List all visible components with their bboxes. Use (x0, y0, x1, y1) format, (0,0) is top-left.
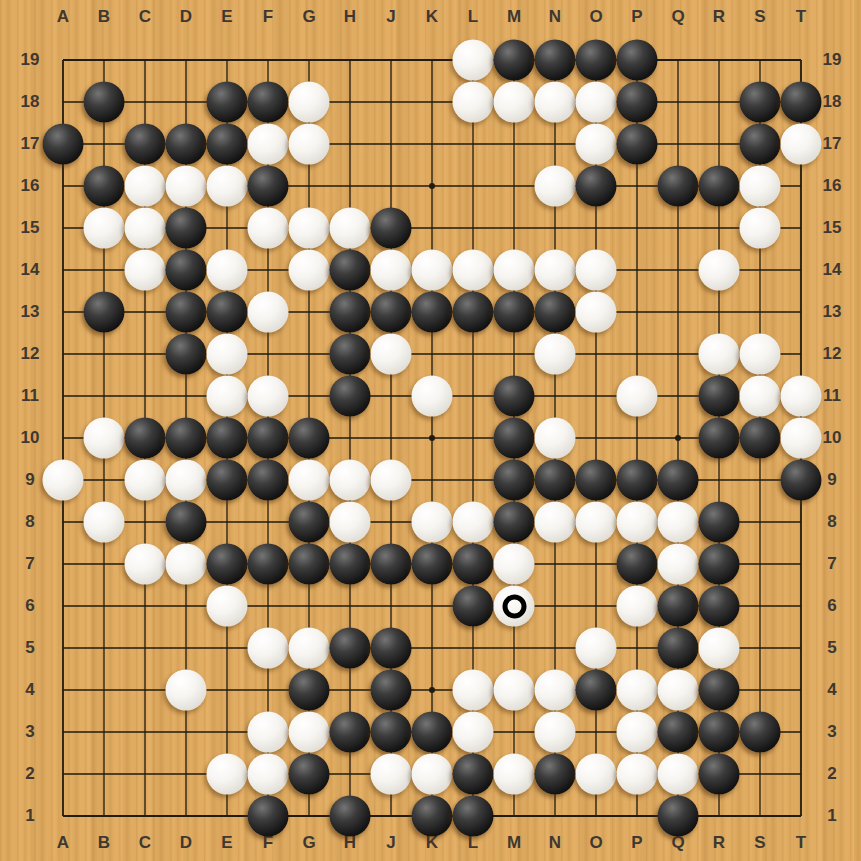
stone-white-O5[interactable] (576, 628, 617, 669)
stone-black-L13[interactable] (453, 292, 494, 333)
coord-top-N: N (549, 7, 561, 27)
stone-black-F10[interactable] (248, 418, 289, 459)
stone-white-E6[interactable] (207, 586, 248, 627)
stone-black-L7[interactable] (453, 544, 494, 585)
stone-black-F9[interactable] (248, 460, 289, 501)
stone-black-L2[interactable] (453, 754, 494, 795)
stone-black-O9[interactable] (576, 460, 617, 501)
coord-bottom-N: N (549, 833, 561, 853)
coord-bottom-J: J (386, 833, 395, 853)
stone-white-D7[interactable] (166, 544, 207, 585)
stone-white-S12[interactable] (740, 334, 781, 375)
stone-black-T9[interactable] (781, 460, 822, 501)
coord-left-2: 2 (25, 764, 34, 784)
stone-white-M7[interactable] (494, 544, 535, 585)
stone-white-N18[interactable] (535, 82, 576, 123)
stone-white-F15[interactable] (248, 208, 289, 249)
coord-bottom-O: O (589, 833, 602, 853)
stone-white-M4[interactable] (494, 670, 535, 711)
stone-white-T11[interactable] (781, 376, 822, 417)
stone-white-H15[interactable] (330, 208, 371, 249)
stone-white-H9[interactable] (330, 460, 371, 501)
stone-white-L8[interactable] (453, 502, 494, 543)
coord-top-M: M (507, 7, 521, 27)
stone-white-T10[interactable] (781, 418, 822, 459)
stone-black-Q5[interactable] (658, 628, 699, 669)
stone-white-G18[interactable] (289, 82, 330, 123)
coord-top-F: F (263, 7, 273, 27)
stone-black-P18[interactable] (617, 82, 658, 123)
stone-black-F7[interactable] (248, 544, 289, 585)
stone-black-Q1[interactable] (658, 796, 699, 837)
stone-white-Q7[interactable] (658, 544, 699, 585)
stone-black-D17[interactable] (166, 124, 207, 165)
stone-black-K13[interactable] (412, 292, 453, 333)
coord-bottom-S: S (754, 833, 765, 853)
stone-black-E7[interactable] (207, 544, 248, 585)
stone-black-H5[interactable] (330, 628, 371, 669)
stone-black-A17[interactable] (43, 124, 84, 165)
coord-bottom-B: B (98, 833, 110, 853)
coord-top-E: E (221, 7, 232, 27)
stone-black-S17[interactable] (740, 124, 781, 165)
coord-top-C: C (139, 7, 151, 27)
stone-black-N19[interactable] (535, 40, 576, 81)
stone-white-S11[interactable] (740, 376, 781, 417)
stone-black-G7[interactable] (289, 544, 330, 585)
stone-black-J5[interactable] (371, 628, 412, 669)
stone-white-A9[interactable] (43, 460, 84, 501)
stone-black-E10[interactable] (207, 418, 248, 459)
stone-black-P17[interactable] (617, 124, 658, 165)
stone-black-R10[interactable] (699, 418, 740, 459)
stone-black-T18[interactable] (781, 82, 822, 123)
coord-right-18: 18 (823, 92, 842, 112)
stone-white-C14[interactable] (125, 250, 166, 291)
coord-right-15: 15 (823, 218, 842, 238)
stone-white-K11[interactable] (412, 376, 453, 417)
stone-white-M18[interactable] (494, 82, 535, 123)
stone-black-D8[interactable] (166, 502, 207, 543)
stone-white-D16[interactable] (166, 166, 207, 207)
stone-white-O14[interactable] (576, 250, 617, 291)
coord-right-9: 9 (827, 470, 836, 490)
coord-left-6: 6 (25, 596, 34, 616)
stone-black-H11[interactable] (330, 376, 371, 417)
stone-white-J2[interactable] (371, 754, 412, 795)
stone-black-M13[interactable] (494, 292, 535, 333)
coord-left-14: 14 (21, 260, 40, 280)
coord-left-19: 19 (21, 50, 40, 70)
coord-left-1: 1 (25, 806, 34, 826)
stone-white-N8[interactable] (535, 502, 576, 543)
stone-white-Q8[interactable] (658, 502, 699, 543)
coord-right-16: 16 (823, 176, 842, 196)
coord-bottom-T: T (796, 833, 806, 853)
stone-black-J4[interactable] (371, 670, 412, 711)
coord-top-K: K (426, 7, 438, 27)
stone-white-O17[interactable] (576, 124, 617, 165)
stone-black-Q16[interactable] (658, 166, 699, 207)
coord-top-P: P (631, 7, 642, 27)
stone-white-B8[interactable] (84, 502, 125, 543)
stone-black-Q9[interactable] (658, 460, 699, 501)
stone-white-L19[interactable] (453, 40, 494, 81)
coord-left-13: 13 (21, 302, 40, 322)
coord-left-18: 18 (21, 92, 40, 112)
last-move-marker (502, 594, 526, 618)
stone-black-F16[interactable] (248, 166, 289, 207)
stone-black-M19[interactable] (494, 40, 535, 81)
stone-black-M9[interactable] (494, 460, 535, 501)
stone-black-H14[interactable] (330, 250, 371, 291)
stone-white-F11[interactable] (248, 376, 289, 417)
coord-bottom-D: D (180, 833, 192, 853)
stone-white-C9[interactable] (125, 460, 166, 501)
coord-left-4: 4 (25, 680, 34, 700)
stone-black-G10[interactable] (289, 418, 330, 459)
coord-bottom-R: R (713, 833, 725, 853)
stone-black-R4[interactable] (699, 670, 740, 711)
stone-black-R8[interactable] (699, 502, 740, 543)
stone-white-J12[interactable] (371, 334, 412, 375)
stone-white-F2[interactable] (248, 754, 289, 795)
coord-bottom-A: A (57, 833, 69, 853)
coord-left-11: 11 (21, 386, 39, 406)
stone-black-H3[interactable] (330, 712, 371, 753)
go-board[interactable]: AABBCCDDEEFFGGHHJJKKLLMMNNOOPPQQRRSSTT19… (0, 0, 861, 861)
stone-black-R16[interactable] (699, 166, 740, 207)
coord-left-9: 9 (25, 470, 34, 490)
star-point-K16 (429, 183, 435, 189)
stone-white-K2[interactable] (412, 754, 453, 795)
stone-white-K8[interactable] (412, 502, 453, 543)
stone-black-R11[interactable] (699, 376, 740, 417)
stone-black-E13[interactable] (207, 292, 248, 333)
stone-white-M6[interactable] (494, 586, 535, 627)
stone-white-C15[interactable] (125, 208, 166, 249)
stone-white-D4[interactable] (166, 670, 207, 711)
star-point-Q10 (675, 435, 681, 441)
stone-white-L3[interactable] (453, 712, 494, 753)
stone-black-K1[interactable] (412, 796, 453, 837)
stone-black-E17[interactable] (207, 124, 248, 165)
stone-black-P19[interactable] (617, 40, 658, 81)
stone-black-N9[interactable] (535, 460, 576, 501)
stone-black-D15[interactable] (166, 208, 207, 249)
stone-white-E2[interactable] (207, 754, 248, 795)
stone-white-G5[interactable] (289, 628, 330, 669)
coord-left-5: 5 (25, 638, 34, 658)
stone-white-C7[interactable] (125, 544, 166, 585)
stone-white-G9[interactable] (289, 460, 330, 501)
stone-white-H8[interactable] (330, 502, 371, 543)
stone-black-G2[interactable] (289, 754, 330, 795)
stone-black-L1[interactable] (453, 796, 494, 837)
stone-white-N14[interactable] (535, 250, 576, 291)
coord-bottom-P: P (631, 833, 642, 853)
coord-right-12: 12 (823, 344, 842, 364)
stone-white-O2[interactable] (576, 754, 617, 795)
stone-black-S10[interactable] (740, 418, 781, 459)
coord-top-J: J (386, 7, 395, 27)
coord-top-B: B (98, 7, 110, 27)
stone-black-K3[interactable] (412, 712, 453, 753)
stone-white-R5[interactable] (699, 628, 740, 669)
stone-white-Q4[interactable] (658, 670, 699, 711)
stone-black-O4[interactable] (576, 670, 617, 711)
stone-white-N3[interactable] (535, 712, 576, 753)
coord-top-H: H (344, 7, 356, 27)
coord-top-S: S (754, 7, 765, 27)
stone-black-Q6[interactable] (658, 586, 699, 627)
coord-left-15: 15 (21, 218, 40, 238)
stone-white-B10[interactable] (84, 418, 125, 459)
stone-white-P11[interactable] (617, 376, 658, 417)
stone-white-G3[interactable] (289, 712, 330, 753)
stone-black-M10[interactable] (494, 418, 535, 459)
coord-top-Q: Q (671, 7, 684, 27)
coord-right-17: 17 (823, 134, 842, 154)
stone-white-C16[interactable] (125, 166, 166, 207)
stone-white-L14[interactable] (453, 250, 494, 291)
coord-left-12: 12 (21, 344, 40, 364)
stone-black-D13[interactable] (166, 292, 207, 333)
coord-right-8: 8 (827, 512, 836, 532)
stone-white-D9[interactable] (166, 460, 207, 501)
coord-right-13: 13 (823, 302, 842, 322)
stone-black-J13[interactable] (371, 292, 412, 333)
stone-black-J15[interactable] (371, 208, 412, 249)
coord-right-19: 19 (823, 50, 842, 70)
stone-black-P7[interactable] (617, 544, 658, 585)
coord-right-3: 3 (827, 722, 836, 742)
stone-black-R7[interactable] (699, 544, 740, 585)
coord-left-10: 10 (21, 428, 40, 448)
stone-white-Q2[interactable] (658, 754, 699, 795)
coord-left-8: 8 (25, 512, 34, 532)
coord-bottom-G: G (302, 833, 315, 853)
stone-white-N4[interactable] (535, 670, 576, 711)
stone-black-R2[interactable] (699, 754, 740, 795)
stone-black-R3[interactable] (699, 712, 740, 753)
coord-right-6: 6 (827, 596, 836, 616)
stone-black-G4[interactable] (289, 670, 330, 711)
stone-white-O13[interactable] (576, 292, 617, 333)
stone-white-R12[interactable] (699, 334, 740, 375)
stone-black-K7[interactable] (412, 544, 453, 585)
coord-bottom-C: C (139, 833, 151, 853)
stone-black-S18[interactable] (740, 82, 781, 123)
coord-top-L: L (468, 7, 478, 27)
coord-right-7: 7 (827, 554, 836, 574)
coord-right-10: 10 (823, 428, 842, 448)
stone-white-B15[interactable] (84, 208, 125, 249)
stone-black-D10[interactable] (166, 418, 207, 459)
stone-black-E18[interactable] (207, 82, 248, 123)
stone-black-F18[interactable] (248, 82, 289, 123)
stone-white-R14[interactable] (699, 250, 740, 291)
stone-white-O18[interactable] (576, 82, 617, 123)
stone-black-L6[interactable] (453, 586, 494, 627)
stone-white-N12[interactable] (535, 334, 576, 375)
coord-bottom-E: E (221, 833, 232, 853)
coord-left-17: 17 (21, 134, 40, 154)
coord-bottom-M: M (507, 833, 521, 853)
stone-white-P4[interactable] (617, 670, 658, 711)
stone-black-B18[interactable] (84, 82, 125, 123)
stone-black-E9[interactable] (207, 460, 248, 501)
stone-white-F17[interactable] (248, 124, 289, 165)
stone-white-P3[interactable] (617, 712, 658, 753)
coord-right-4: 4 (827, 680, 836, 700)
stone-white-F5[interactable] (248, 628, 289, 669)
stone-white-S16[interactable] (740, 166, 781, 207)
stone-black-B13[interactable] (84, 292, 125, 333)
stone-black-D12[interactable] (166, 334, 207, 375)
stone-black-Q3[interactable] (658, 712, 699, 753)
stone-black-M11[interactable] (494, 376, 535, 417)
stone-white-F3[interactable] (248, 712, 289, 753)
stone-black-R6[interactable] (699, 586, 740, 627)
coord-right-2: 2 (827, 764, 836, 784)
stone-white-E14[interactable] (207, 250, 248, 291)
coord-left-7: 7 (25, 554, 34, 574)
stone-white-J9[interactable] (371, 460, 412, 501)
stone-white-M14[interactable] (494, 250, 535, 291)
coord-top-G: G (302, 7, 315, 27)
stone-black-D14[interactable] (166, 250, 207, 291)
coord-right-14: 14 (823, 260, 842, 280)
stone-black-O16[interactable] (576, 166, 617, 207)
stone-white-P6[interactable] (617, 586, 658, 627)
coord-top-T: T (796, 7, 806, 27)
coord-left-16: 16 (21, 176, 40, 196)
stone-white-L18[interactable] (453, 82, 494, 123)
stone-white-J14[interactable] (371, 250, 412, 291)
stone-white-M2[interactable] (494, 754, 535, 795)
stone-white-G15[interactable] (289, 208, 330, 249)
stone-white-G17[interactable] (289, 124, 330, 165)
stone-black-N13[interactable] (535, 292, 576, 333)
coord-top-R: R (713, 7, 725, 27)
stone-white-E16[interactable] (207, 166, 248, 207)
stone-black-N2[interactable] (535, 754, 576, 795)
coord-right-5: 5 (827, 638, 836, 658)
coord-top-O: O (589, 7, 602, 27)
stone-black-P9[interactable] (617, 460, 658, 501)
stone-black-J7[interactable] (371, 544, 412, 585)
stone-black-S3[interactable] (740, 712, 781, 753)
stone-white-N16[interactable] (535, 166, 576, 207)
stone-white-S15[interactable] (740, 208, 781, 249)
coord-right-1: 1 (827, 806, 836, 826)
stone-white-P2[interactable] (617, 754, 658, 795)
stone-black-H13[interactable] (330, 292, 371, 333)
stone-white-E11[interactable] (207, 376, 248, 417)
stone-black-J3[interactable] (371, 712, 412, 753)
stone-white-O8[interactable] (576, 502, 617, 543)
stone-black-C17[interactable] (125, 124, 166, 165)
stone-white-K14[interactable] (412, 250, 453, 291)
stone-black-O19[interactable] (576, 40, 617, 81)
coord-left-3: 3 (25, 722, 34, 742)
coord-top-A: A (57, 7, 69, 27)
stone-black-H1[interactable] (330, 796, 371, 837)
stone-white-E12[interactable] (207, 334, 248, 375)
stone-black-H7[interactable] (330, 544, 371, 585)
stone-black-G8[interactable] (289, 502, 330, 543)
stone-black-H12[interactable] (330, 334, 371, 375)
coord-right-11: 11 (823, 386, 841, 406)
stone-white-G14[interactable] (289, 250, 330, 291)
stone-black-F1[interactable] (248, 796, 289, 837)
star-point-K10 (429, 435, 435, 441)
stone-black-C10[interactable] (125, 418, 166, 459)
star-point-K4 (429, 687, 435, 693)
stone-white-P8[interactable] (617, 502, 658, 543)
stone-black-M8[interactable] (494, 502, 535, 543)
coord-top-D: D (180, 7, 192, 27)
stone-white-L4[interactable] (453, 670, 494, 711)
stone-white-N10[interactable] (535, 418, 576, 459)
stone-white-F13[interactable] (248, 292, 289, 333)
stone-white-T17[interactable] (781, 124, 822, 165)
stone-black-B16[interactable] (84, 166, 125, 207)
